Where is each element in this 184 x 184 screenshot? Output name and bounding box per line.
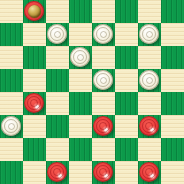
- dark-square-2[interactable]: [69, 0, 92, 23]
- light-square: [0, 92, 23, 115]
- dark-square-32[interactable]: [138, 161, 161, 184]
- light-square: [69, 69, 92, 92]
- light-square: [115, 115, 138, 138]
- white-piece[interactable]: [93, 24, 113, 44]
- dark-square-16[interactable]: [138, 69, 161, 92]
- light-square: [46, 92, 69, 115]
- dark-square-23[interactable]: [92, 115, 115, 138]
- light-square: [46, 138, 69, 161]
- dark-square-18[interactable]: [69, 92, 92, 115]
- dark-square-19[interactable]: [115, 92, 138, 115]
- dark-square-21[interactable]: [0, 115, 23, 138]
- light-square: [0, 138, 23, 161]
- dark-square-7[interactable]: [92, 23, 115, 46]
- dark-square-9[interactable]: [23, 46, 46, 69]
- white-piece[interactable]: [139, 24, 159, 44]
- light-square: [92, 138, 115, 161]
- white-piece[interactable]: [139, 70, 159, 90]
- dark-square-6[interactable]: [46, 23, 69, 46]
- dark-square-22[interactable]: [46, 115, 69, 138]
- dark-square-17[interactable]: [23, 92, 46, 115]
- light-square: [161, 69, 184, 92]
- red-piece[interactable]: [24, 93, 44, 113]
- red-piece[interactable]: [139, 116, 159, 136]
- dark-square-14[interactable]: [46, 69, 69, 92]
- light-square: [0, 0, 23, 23]
- dark-square-31[interactable]: [92, 161, 115, 184]
- light-square: [115, 161, 138, 184]
- dark-square-30[interactable]: [46, 161, 69, 184]
- dark-square-24[interactable]: [138, 115, 161, 138]
- red-piece[interactable]: [139, 162, 159, 182]
- red-piece[interactable]: [93, 162, 113, 182]
- dark-square-1[interactable]: [23, 0, 46, 23]
- light-square: [23, 115, 46, 138]
- dark-square-20[interactable]: [161, 92, 184, 115]
- dark-square-15[interactable]: [92, 69, 115, 92]
- white-piece[interactable]: [1, 116, 21, 136]
- light-square: [46, 46, 69, 69]
- dark-square-5[interactable]: [0, 23, 23, 46]
- red-piece[interactable]: [47, 162, 67, 182]
- light-square: [138, 92, 161, 115]
- white-piece[interactable]: [93, 70, 113, 90]
- light-square: [138, 46, 161, 69]
- light-square: [46, 0, 69, 23]
- dark-square-12[interactable]: [161, 46, 184, 69]
- light-square: [23, 161, 46, 184]
- white-piece[interactable]: [70, 47, 90, 67]
- light-square: [138, 138, 161, 161]
- light-square: [0, 46, 23, 69]
- light-square: [161, 115, 184, 138]
- light-square: [92, 92, 115, 115]
- dark-square-29[interactable]: [0, 161, 23, 184]
- light-square: [138, 0, 161, 23]
- light-square: [69, 23, 92, 46]
- dark-square-13[interactable]: [0, 69, 23, 92]
- light-square: [23, 23, 46, 46]
- checkers-board: [0, 0, 184, 184]
- dark-square-25[interactable]: [23, 138, 46, 161]
- dark-square-4[interactable]: [161, 0, 184, 23]
- light-square: [161, 23, 184, 46]
- dark-square-3[interactable]: [115, 0, 138, 23]
- light-square: [23, 69, 46, 92]
- dark-square-8[interactable]: [138, 23, 161, 46]
- dark-square-28[interactable]: [161, 138, 184, 161]
- light-square: [69, 161, 92, 184]
- red-piece[interactable]: [93, 116, 113, 136]
- dark-square-11[interactable]: [115, 46, 138, 69]
- light-square: [92, 0, 115, 23]
- dark-square-10[interactable]: [69, 46, 92, 69]
- dark-square-27[interactable]: [115, 138, 138, 161]
- light-square: [92, 46, 115, 69]
- light-square: [69, 115, 92, 138]
- white-piece[interactable]: [47, 24, 67, 44]
- light-square: [115, 23, 138, 46]
- light-square: [161, 161, 184, 184]
- dark-square-26[interactable]: [69, 138, 92, 161]
- light-square: [115, 69, 138, 92]
- red-king-piece[interactable]: [24, 1, 44, 21]
